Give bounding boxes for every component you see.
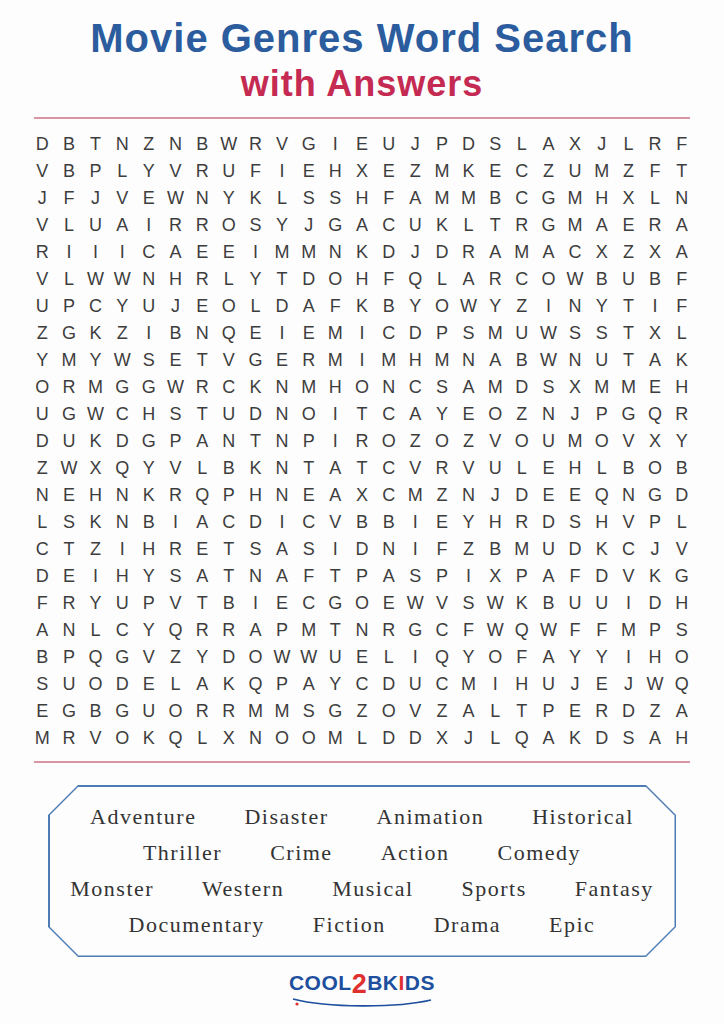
grid-cell: P: [588, 401, 615, 428]
grid-cell: U: [215, 158, 242, 185]
grid-cell: O: [588, 428, 615, 455]
grid-cell: S: [668, 617, 695, 644]
grid-cell: Y: [109, 293, 136, 320]
grid-cell: I: [455, 563, 482, 590]
grid-cell: N: [269, 455, 296, 482]
grid-cell: B: [349, 509, 376, 536]
grid-cell: S: [29, 671, 56, 698]
grid-cell: B: [215, 590, 242, 617]
grid-cell: F: [455, 617, 482, 644]
grid-cell: B: [615, 455, 642, 482]
word-item: Animation: [377, 804, 485, 830]
grid-cell: Y: [136, 563, 163, 590]
grid-cell: T: [189, 590, 216, 617]
grid-cell: K: [349, 293, 376, 320]
grid-cell: U: [588, 347, 615, 374]
grid-cell: O: [429, 428, 456, 455]
grid-cell: B: [588, 266, 615, 293]
grid-cell: E: [482, 158, 509, 185]
grid-cell: R: [56, 725, 83, 752]
grid-cell: Y: [429, 401, 456, 428]
grid-cell: Q: [642, 401, 669, 428]
grid-cell: M: [322, 320, 349, 347]
grid-cell: Q: [242, 671, 269, 698]
grid-cell: M: [269, 239, 296, 266]
grid-cell: U: [215, 401, 242, 428]
grid-cell: Z: [82, 536, 109, 563]
grid-cell: A: [322, 482, 349, 509]
grid-cell: O: [482, 644, 509, 671]
grid-cell: K: [242, 455, 269, 482]
grid-cell: L: [269, 185, 296, 212]
grid-cell: N: [29, 482, 56, 509]
grid-cell: Q: [429, 644, 456, 671]
grid-cell: D: [29, 131, 56, 158]
grid-cell: N: [189, 320, 216, 347]
grid-cell: G: [56, 698, 83, 725]
grid-cell: N: [269, 401, 296, 428]
grid-cell: X: [429, 725, 456, 752]
grid-cell: O: [162, 698, 189, 725]
grid-cell: E: [56, 482, 83, 509]
grid-cell: M: [29, 725, 56, 752]
grid-cell: A: [189, 428, 216, 455]
grid-cell: K: [82, 509, 109, 536]
grid-cell: L: [429, 266, 456, 293]
grid-cell: I: [269, 320, 296, 347]
grid-cell: X: [642, 239, 669, 266]
grid-cell: O: [668, 644, 695, 671]
grid-cell: R: [429, 455, 456, 482]
word-item: Western: [202, 876, 284, 902]
grid-cell: R: [642, 131, 669, 158]
grid-cell: O: [295, 725, 322, 752]
grid-cell: Y: [562, 644, 589, 671]
grid-cell: R: [162, 482, 189, 509]
grid-cell: G: [642, 482, 669, 509]
grid-cell: G: [136, 374, 163, 401]
grid-cell: K: [642, 563, 669, 590]
grid-cell: C: [509, 266, 536, 293]
grid-cell: L: [642, 185, 669, 212]
grid-cell: U: [402, 671, 429, 698]
grid-cell: M: [482, 374, 509, 401]
grid-cell: O: [375, 698, 402, 725]
grid-cell: Y: [269, 212, 296, 239]
divider-top: [34, 117, 690, 119]
grid-cell: P: [429, 320, 456, 347]
grid-cell: S: [295, 185, 322, 212]
grid-cell: P: [642, 617, 669, 644]
grid-cell: H: [109, 563, 136, 590]
grid-cell: G: [322, 698, 349, 725]
grid-cell: K: [509, 590, 536, 617]
grid-cell: V: [29, 266, 56, 293]
grid-cell: A: [189, 509, 216, 536]
grid-cell: E: [136, 185, 163, 212]
grid-cell: L: [482, 698, 509, 725]
grid-cell: K: [215, 671, 242, 698]
grid-cell: J: [162, 293, 189, 320]
grid-cell: O: [322, 266, 349, 293]
grid-cell: Z: [429, 482, 456, 509]
grid-cell: R: [509, 212, 536, 239]
grid-cell: M: [562, 428, 589, 455]
grid-cell: E: [349, 644, 376, 671]
grid-cell: R: [668, 401, 695, 428]
grid-cell: L: [29, 509, 56, 536]
grid-cell: I: [56, 239, 83, 266]
grid-cell: N: [269, 428, 296, 455]
word-item: Action: [381, 840, 450, 866]
grid-cell: I: [402, 536, 429, 563]
grid-cell: V: [162, 455, 189, 482]
grid-cell: T: [56, 536, 83, 563]
grid-cell: E: [189, 536, 216, 563]
grid-cell: T: [482, 212, 509, 239]
grid-cell: D: [349, 536, 376, 563]
grid-cell: Y: [482, 293, 509, 320]
divider-bottom: [34, 761, 690, 763]
grid-cell: C: [615, 536, 642, 563]
grid-cell: N: [455, 482, 482, 509]
grid-cell: A: [455, 266, 482, 293]
grid-cell: O: [215, 212, 242, 239]
grid-cell: M: [322, 347, 349, 374]
grid-cell: P: [56, 644, 83, 671]
grid-cell: A: [29, 617, 56, 644]
grid-cell: R: [349, 428, 376, 455]
grid-cell: B: [482, 185, 509, 212]
grid-cell: O: [242, 644, 269, 671]
grid-cell: M: [562, 185, 589, 212]
grid-cell: A: [349, 212, 376, 239]
grid-cell: V: [402, 698, 429, 725]
grid-cell: E: [269, 347, 296, 374]
grid-cell: O: [429, 293, 456, 320]
word-item: Epic: [549, 912, 595, 938]
grid-cell: L: [588, 455, 615, 482]
grid-cell: I: [242, 239, 269, 266]
grid-cell: T: [615, 320, 642, 347]
grid-cell: Y: [242, 266, 269, 293]
grid-cell: M: [375, 347, 402, 374]
grid-cell: E: [162, 347, 189, 374]
grid-cell: W: [482, 617, 509, 644]
grid-cell: M: [322, 725, 349, 752]
grid-cell: J: [615, 671, 642, 698]
grid-cell: R: [189, 617, 216, 644]
grid-cell: F: [375, 185, 402, 212]
grid-cell: D: [429, 239, 456, 266]
grid-cell: S: [136, 347, 163, 374]
grid-cell: R: [215, 617, 242, 644]
grid-cell: M: [269, 698, 296, 725]
grid-cell: B: [29, 644, 56, 671]
grid-cell: F: [56, 185, 83, 212]
grid-cell: O: [349, 374, 376, 401]
grid-cell: P: [215, 482, 242, 509]
grid-cell: T: [242, 428, 269, 455]
grid-cell: L: [215, 266, 242, 293]
grid-cell: Y: [215, 185, 242, 212]
grid-cell: S: [56, 509, 83, 536]
grid-cell: W: [535, 347, 562, 374]
grid-cell: V: [615, 563, 642, 590]
grid-cell: S: [162, 401, 189, 428]
grid-cell: I: [242, 590, 269, 617]
grid-cell: F: [29, 590, 56, 617]
grid-cell: Y: [322, 671, 349, 698]
grid-cell: Y: [189, 644, 216, 671]
grid-cell: Q: [82, 644, 109, 671]
grid-cell: M: [242, 698, 269, 725]
grid-cell: H: [322, 374, 349, 401]
grid-cell: N: [162, 131, 189, 158]
grid-cell: S: [455, 320, 482, 347]
grid-cell: S: [295, 536, 322, 563]
grid-cell: U: [535, 428, 562, 455]
grid-cell: A: [642, 725, 669, 752]
grid-cell: Z: [402, 158, 429, 185]
grid-cell: E: [562, 698, 589, 725]
grid-cell: P: [82, 158, 109, 185]
grid-cell: R: [56, 374, 83, 401]
grid-cell: E: [349, 131, 376, 158]
grid-cell: S: [429, 374, 456, 401]
grid-cell: T: [349, 401, 376, 428]
grid-cell: B: [535, 590, 562, 617]
grid-cell: Z: [509, 401, 536, 428]
grid-cell: H: [162, 266, 189, 293]
grid-cell: L: [189, 725, 216, 752]
grid-cell: R: [295, 347, 322, 374]
grid-cell: M: [588, 374, 615, 401]
grid-cell: N: [269, 374, 296, 401]
grid-cell: S: [295, 698, 322, 725]
grid-cell: S: [535, 374, 562, 401]
grid-cell: C: [215, 374, 242, 401]
grid-cell: V: [429, 590, 456, 617]
grid-cell: L: [109, 158, 136, 185]
grid-cell: V: [162, 158, 189, 185]
word-item: Fiction: [313, 912, 386, 938]
logo-segment: COOL: [289, 971, 352, 994]
logo-segment: BK: [367, 971, 398, 994]
grid-cell: A: [402, 185, 429, 212]
grid-cell: S: [402, 563, 429, 590]
word-list-box: AdventureDisasterAnimationHistoricalThri…: [48, 785, 676, 957]
grid-cell: O: [535, 266, 562, 293]
grid-cell: X: [82, 455, 109, 482]
grid-cell: E: [455, 401, 482, 428]
grid-cell: I: [109, 239, 136, 266]
grid-cell: I: [349, 347, 376, 374]
grid-cell: S: [562, 509, 589, 536]
grid-cell: R: [189, 212, 216, 239]
grid-cell: V: [136, 644, 163, 671]
grid-cell: F: [668, 131, 695, 158]
grid-cell: Q: [215, 320, 242, 347]
grid-cell: U: [402, 212, 429, 239]
grid-cell: U: [562, 590, 589, 617]
grid-cell: S: [242, 212, 269, 239]
grid-cell: E: [189, 293, 216, 320]
grid-cell: S: [588, 320, 615, 347]
grid-cell: L: [375, 644, 402, 671]
grid-cell: D: [242, 509, 269, 536]
grid-cell: M: [295, 239, 322, 266]
grid-cell: D: [509, 482, 536, 509]
grid-cell: N: [455, 347, 482, 374]
word-item: Sports: [462, 876, 527, 902]
grid-cell: U: [29, 293, 56, 320]
grid-cell: L: [242, 293, 269, 320]
logo-segment: 2: [352, 969, 368, 999]
grid-cell: J: [562, 401, 589, 428]
grid-cell: H: [562, 455, 589, 482]
grid-cell: P: [136, 590, 163, 617]
letter-grid: DBTNZNBWRVGIEUJPDSLAXJLRFVBPLYVRUFIEHXEZ…: [29, 131, 695, 752]
grid-cell: M: [82, 374, 109, 401]
grid-cell: V: [615, 428, 642, 455]
grid-cell: G: [56, 320, 83, 347]
grid-cell: B: [375, 509, 402, 536]
grid-cell: U: [322, 644, 349, 671]
grid-cell: W: [402, 590, 429, 617]
word-item: Adventure: [90, 804, 196, 830]
grid-cell: W: [295, 644, 322, 671]
grid-cell: C: [402, 374, 429, 401]
grid-cell: M: [455, 185, 482, 212]
grid-cell: C: [295, 590, 322, 617]
grid-cell: D: [109, 428, 136, 455]
grid-cell: Z: [29, 320, 56, 347]
grid-cell: F: [642, 158, 669, 185]
grid-cell: T: [82, 131, 109, 158]
grid-cell: C: [349, 671, 376, 698]
grid-cell: Q: [588, 482, 615, 509]
grid-cell: H: [668, 590, 695, 617]
grid-cell: G: [109, 644, 136, 671]
grid-cell: O: [269, 725, 296, 752]
grid-cell: F: [562, 617, 589, 644]
grid-cell: I: [322, 131, 349, 158]
word-list: AdventureDisasterAnimationHistoricalThri…: [50, 787, 675, 956]
page: Movie Genres Word Search with Answers DB…: [0, 0, 724, 1024]
grid-cell: T: [322, 563, 349, 590]
grid-cell: V: [668, 536, 695, 563]
grid-cell: G: [136, 428, 163, 455]
grid-cell: F: [295, 563, 322, 590]
grid-cell: X: [215, 725, 242, 752]
grid-cell: D: [588, 725, 615, 752]
grid-cell: R: [189, 158, 216, 185]
grid-cell: H: [642, 644, 669, 671]
grid-cell: N: [189, 185, 216, 212]
grid-cell: A: [162, 239, 189, 266]
grid-cell: F: [375, 266, 402, 293]
grid-cell: W: [109, 266, 136, 293]
grid-cell: M: [56, 347, 83, 374]
grid-cell: Y: [82, 590, 109, 617]
grid-cell: D: [509, 374, 536, 401]
grid-cell: D: [375, 671, 402, 698]
grid-cell: J: [588, 131, 615, 158]
grid-cell: Q: [668, 671, 695, 698]
logo: COOL2BKIDS: [0, 971, 724, 1010]
grid-cell: A: [295, 671, 322, 698]
grid-cell: T: [322, 617, 349, 644]
grid-cell: M: [615, 617, 642, 644]
grid-cell: E: [535, 482, 562, 509]
grid-cell: D: [215, 644, 242, 671]
grid-cell: N: [535, 401, 562, 428]
grid-cell: X: [615, 185, 642, 212]
grid-cell: P: [509, 563, 536, 590]
grid-cell: C: [509, 185, 536, 212]
grid-cell: A: [482, 239, 509, 266]
grid-cell: U: [535, 536, 562, 563]
grid-cell: A: [668, 239, 695, 266]
grid-cell: H: [136, 536, 163, 563]
grid-cell: Z: [615, 158, 642, 185]
grid-cell: Z: [455, 428, 482, 455]
grid-cell: M: [455, 671, 482, 698]
grid-cell: N: [215, 428, 242, 455]
grid-cell: Z: [402, 428, 429, 455]
grid-cell: T: [189, 401, 216, 428]
grid-cell: R: [242, 131, 269, 158]
grid-cell: Z: [429, 698, 456, 725]
grid-cell: M: [509, 536, 536, 563]
grid-cell: K: [455, 158, 482, 185]
grid-cell: P: [56, 293, 83, 320]
word-item: Drama: [434, 912, 501, 938]
grid-cell: D: [375, 725, 402, 752]
grid-cell: U: [136, 293, 163, 320]
grid-cell: A: [642, 347, 669, 374]
grid-cell: R: [642, 212, 669, 239]
grid-cell: I: [615, 590, 642, 617]
grid-cell: W: [269, 644, 296, 671]
grid-cell: W: [162, 374, 189, 401]
grid-cell: I: [615, 644, 642, 671]
grid-cell: D: [109, 671, 136, 698]
grid-cell: E: [295, 482, 322, 509]
grid-cell: M: [588, 158, 615, 185]
grid-cell: X: [642, 428, 669, 455]
grid-cell: A: [668, 698, 695, 725]
grid-cell: H: [668, 374, 695, 401]
grid-cell: V: [29, 212, 56, 239]
grid-cell: A: [402, 401, 429, 428]
grid-cell: E: [375, 590, 402, 617]
grid-cell: A: [535, 239, 562, 266]
grid-cell: W: [109, 347, 136, 374]
grid-cell: H: [588, 185, 615, 212]
grid-cell: N: [269, 482, 296, 509]
word-list-line: DocumentaryFictionDramaEpic: [68, 912, 657, 938]
grid-cell: C: [429, 671, 456, 698]
grid-cell: N: [349, 617, 376, 644]
grid-cell: I: [269, 509, 296, 536]
grid-cell: I: [322, 428, 349, 455]
grid-cell: R: [455, 239, 482, 266]
grid-cell: A: [322, 455, 349, 482]
grid-cell: V: [29, 158, 56, 185]
grid-cell: U: [535, 671, 562, 698]
